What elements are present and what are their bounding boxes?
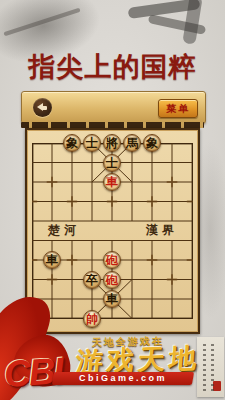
watermark-url: CbiGame.com [53,372,193,385]
piece-black-象[interactable]: 象 [63,134,81,152]
piece-red-帥[interactable]: 帥 [83,310,101,328]
piece-black-士[interactable]: 士 [103,154,121,172]
board-intersections[interactable]: 象士將馬象士車車砲卒砲車帥 [22,133,202,328]
piece-black-卒[interactable]: 卒 [83,271,101,289]
ink-branch-art [3,8,80,37]
calligraphy-stroke-art [148,14,207,35]
piece-black-車[interactable]: 車 [103,290,121,308]
piece-black-士[interactable]: 士 [83,134,101,152]
watermark-ribbon: CbiGame.com [52,372,194,385]
toolbar: 菜单 [21,91,206,124]
calligraphy-stroke-art [182,0,202,45]
piece-red-砲[interactable]: 砲 [103,251,121,269]
back-button[interactable] [33,98,52,117]
page-title: 指尖上的国粹 [0,49,225,85]
red-seal-art [213,381,221,391]
piece-black-車[interactable]: 車 [43,251,61,269]
piece-black-象[interactable]: 象 [143,134,161,152]
calligraphy-stroke-art [128,0,201,19]
back-arrow-icon [37,103,48,112]
piece-black-將[interactable]: 將 [103,134,121,152]
menu-button[interactable]: 菜单 [158,99,198,118]
xiangqi-board: 楚河 漢界 象士將馬象士車車砲卒砲車帥 [25,128,200,334]
piece-red-砲[interactable]: 砲 [103,271,121,289]
piece-red-車[interactable]: 車 [103,173,121,191]
piece-black-馬[interactable]: 馬 [123,134,141,152]
app-screen: 指尖上的国粹 菜单 楚河 漢界 象士將馬象士車車砲卒砲車帥 天地全游戏在 CBI… [0,0,225,400]
